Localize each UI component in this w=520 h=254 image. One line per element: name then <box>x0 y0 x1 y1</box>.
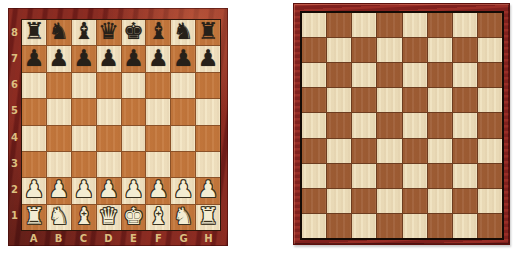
square-e3 <box>122 152 146 177</box>
square-c8-r4 <box>478 88 502 112</box>
square-e2: ♟ <box>122 178 146 203</box>
black-bishop-f8: ♝ <box>148 20 169 43</box>
square-d4 <box>97 126 121 151</box>
square-c1-r5 <box>302 113 326 137</box>
black-rook-h8: ♜ <box>198 20 219 43</box>
square-c8-r5 <box>478 113 502 137</box>
square-f4 <box>146 126 170 151</box>
square-c1-r6 <box>302 139 326 163</box>
square-c7-r4 <box>453 88 477 112</box>
square-c8-r2 <box>478 38 502 62</box>
square-f5 <box>146 99 170 124</box>
square-c5-r7 <box>403 164 427 188</box>
square-c3-r7 <box>352 164 376 188</box>
square-c7-r2 <box>453 38 477 62</box>
rank-label-3: 3 <box>8 150 21 176</box>
square-g8: ♞ <box>171 20 195 45</box>
square-c7-r8 <box>453 189 477 213</box>
black-king-e8: ♚ <box>123 20 144 43</box>
square-c5-r6 <box>403 139 427 163</box>
square-c2-r3 <box>327 63 351 87</box>
square-h7: ♟ <box>196 46 220 71</box>
page: 87654321 ♜♞♝♛♚♝♞♜♟♟♟♟♟♟♟♟♟♟♟♟♟♟♟♟♜♞♝♛♚♝♞… <box>0 0 520 254</box>
square-a4 <box>22 126 46 151</box>
square-b4 <box>47 126 71 151</box>
square-d3 <box>97 152 121 177</box>
square-h4 <box>196 126 220 151</box>
black-knight-g8: ♞ <box>173 20 194 43</box>
square-e4 <box>122 126 146 151</box>
square-e8: ♚ <box>122 20 146 45</box>
square-c4-r6 <box>377 139 401 163</box>
square-c8-r6 <box>478 139 502 163</box>
black-pawn-d7: ♟ <box>98 47 119 70</box>
file-label-f: F <box>146 231 171 245</box>
square-c4-r4 <box>377 88 401 112</box>
square-c2-r6 <box>327 139 351 163</box>
square-c8: ♝ <box>72 20 96 45</box>
square-c6-r5 <box>428 113 452 137</box>
square-c3 <box>72 152 96 177</box>
square-c7-r5 <box>453 113 477 137</box>
file-label-a: A <box>21 231 46 245</box>
square-h5 <box>196 99 220 124</box>
file-label-b: B <box>46 231 71 245</box>
rank-label-5: 5 <box>8 98 21 124</box>
square-c3-r6 <box>352 139 376 163</box>
square-c4-r2 <box>377 38 401 62</box>
square-c7: ♟ <box>72 46 96 71</box>
square-h6 <box>196 73 220 98</box>
square-c8-r7 <box>478 164 502 188</box>
square-c1-r7 <box>302 164 326 188</box>
square-f3 <box>146 152 170 177</box>
square-c1-r1 <box>302 13 326 37</box>
square-d2: ♟ <box>97 178 121 203</box>
square-c1-r8 <box>302 189 326 213</box>
square-a6 <box>22 73 46 98</box>
square-d6 <box>97 73 121 98</box>
rank-label-6: 6 <box>8 72 21 98</box>
square-c7-r3 <box>453 63 477 87</box>
white-pawn-b2: ♟ <box>49 178 70 201</box>
right-board-grid <box>300 11 504 240</box>
square-e1: ♚ <box>122 205 146 230</box>
square-d7: ♟ <box>97 46 121 71</box>
white-pawn-d2: ♟ <box>98 178 119 201</box>
square-c6-r7 <box>428 164 452 188</box>
black-pawn-e7: ♟ <box>123 47 144 70</box>
square-f1: ♝ <box>146 205 170 230</box>
file-label-c: C <box>71 231 96 245</box>
square-f6 <box>146 73 170 98</box>
white-pawn-g2: ♟ <box>173 178 194 201</box>
file-label-g: G <box>171 231 196 245</box>
file-label-e: E <box>121 231 146 245</box>
square-c7-r9 <box>453 214 477 238</box>
file-label-h: H <box>196 231 221 245</box>
square-c5-r9 <box>403 214 427 238</box>
square-c5-r5 <box>403 113 427 137</box>
square-c2-r7 <box>327 164 351 188</box>
file-label-d: D <box>96 231 121 245</box>
square-d1: ♛ <box>97 205 121 230</box>
square-c3-r4 <box>352 88 376 112</box>
square-c4 <box>72 126 96 151</box>
rank-labels: 87654321 <box>8 19 21 229</box>
left-chessboard: 87654321 ♜♞♝♛♚♝♞♜♟♟♟♟♟♟♟♟♟♟♟♟♟♟♟♟♜♞♝♛♚♝♞… <box>8 8 228 246</box>
square-c3-r5 <box>352 113 376 137</box>
white-rook-a1: ♜ <box>24 205 45 228</box>
black-rook-a8: ♜ <box>24 20 45 43</box>
white-pawn-h2: ♟ <box>198 178 219 201</box>
square-c2-r4 <box>327 88 351 112</box>
white-pawn-f2: ♟ <box>148 178 169 201</box>
square-h8: ♜ <box>196 20 220 45</box>
right-chessboard <box>293 3 510 245</box>
square-c4-r3 <box>377 63 401 87</box>
square-c8-r9 <box>478 214 502 238</box>
square-b6 <box>47 73 71 98</box>
black-pawn-c7: ♟ <box>73 47 94 70</box>
square-a3 <box>22 152 46 177</box>
square-d5 <box>97 99 121 124</box>
square-c4-r9 <box>377 214 401 238</box>
square-c3-r2 <box>352 38 376 62</box>
square-c1-r3 <box>302 63 326 87</box>
black-pawn-b7: ♟ <box>49 47 70 70</box>
black-pawn-h7: ♟ <box>198 47 219 70</box>
square-b8: ♞ <box>47 20 71 45</box>
black-pawn-a7: ♟ <box>24 47 45 70</box>
left-board-grid: ♜♞♝♛♚♝♞♜♟♟♟♟♟♟♟♟♟♟♟♟♟♟♟♟♜♞♝♛♚♝♞♜ <box>21 19 221 231</box>
square-b3 <box>47 152 71 177</box>
rank-label-1: 1 <box>8 203 21 229</box>
square-c1: ♝ <box>72 205 96 230</box>
square-h3 <box>196 152 220 177</box>
square-c5-r3 <box>403 63 427 87</box>
square-c5-r8 <box>403 189 427 213</box>
square-c3-r9 <box>352 214 376 238</box>
square-h1: ♜ <box>196 205 220 230</box>
square-c5-r1 <box>403 13 427 37</box>
square-c2: ♟ <box>72 178 96 203</box>
square-c6-r2 <box>428 38 452 62</box>
white-knight-g1: ♞ <box>173 205 194 228</box>
square-f2: ♟ <box>146 178 170 203</box>
square-a2: ♟ <box>22 178 46 203</box>
square-c4-r7 <box>377 164 401 188</box>
square-a7: ♟ <box>22 46 46 71</box>
square-c1-r9 <box>302 214 326 238</box>
square-g3 <box>171 152 195 177</box>
square-c5-r2 <box>403 38 427 62</box>
square-c7-r6 <box>453 139 477 163</box>
rank-label-7: 7 <box>8 45 21 71</box>
square-c6-r3 <box>428 63 452 87</box>
square-c5-r4 <box>403 88 427 112</box>
square-g6 <box>171 73 195 98</box>
rank-label-8: 8 <box>8 19 21 45</box>
square-c6-r4 <box>428 88 452 112</box>
white-pawn-c2: ♟ <box>73 178 94 201</box>
square-b1: ♞ <box>47 205 71 230</box>
white-pawn-a2: ♟ <box>24 178 45 201</box>
square-e5 <box>122 99 146 124</box>
square-a5 <box>22 99 46 124</box>
square-h2: ♟ <box>196 178 220 203</box>
square-f7: ♟ <box>146 46 170 71</box>
square-c2-r2 <box>327 38 351 62</box>
square-c6-r1 <box>428 13 452 37</box>
white-queen-d1: ♛ <box>98 205 119 228</box>
black-pawn-g7: ♟ <box>173 47 194 70</box>
square-c7-r7 <box>453 164 477 188</box>
rank-label-4: 4 <box>8 124 21 150</box>
square-c2-r5 <box>327 113 351 137</box>
black-pawn-f7: ♟ <box>148 47 169 70</box>
square-b5 <box>47 99 71 124</box>
file-labels: ABCDEFGH <box>21 231 221 245</box>
square-c2-r8 <box>327 189 351 213</box>
square-g7: ♟ <box>171 46 195 71</box>
black-bishop-c8: ♝ <box>73 20 94 43</box>
square-c1-r4 <box>302 88 326 112</box>
square-d8: ♛ <box>97 20 121 45</box>
white-bishop-f1: ♝ <box>148 205 169 228</box>
white-bishop-c1: ♝ <box>73 205 94 228</box>
square-c5 <box>72 99 96 124</box>
rank-label-2: 2 <box>8 177 21 203</box>
square-c6-r6 <box>428 139 452 163</box>
square-b7: ♟ <box>47 46 71 71</box>
square-c6 <box>72 73 96 98</box>
square-c3-r1 <box>352 13 376 37</box>
square-g4 <box>171 126 195 151</box>
square-c4-r5 <box>377 113 401 137</box>
square-c7-r1 <box>453 13 477 37</box>
square-g2: ♟ <box>171 178 195 203</box>
square-c6-r8 <box>428 189 452 213</box>
square-c4-r1 <box>377 13 401 37</box>
black-queen-d8: ♛ <box>98 20 119 43</box>
white-king-e1: ♚ <box>123 205 144 228</box>
square-e6 <box>122 73 146 98</box>
square-c8-r8 <box>478 189 502 213</box>
black-knight-b8: ♞ <box>49 20 70 43</box>
square-b2: ♟ <box>47 178 71 203</box>
white-pawn-e2: ♟ <box>123 178 144 201</box>
square-c8-r3 <box>478 63 502 87</box>
square-c2-r9 <box>327 214 351 238</box>
square-c3-r8 <box>352 189 376 213</box>
square-g1: ♞ <box>171 205 195 230</box>
square-c3-r3 <box>352 63 376 87</box>
square-g5 <box>171 99 195 124</box>
square-a8: ♜ <box>22 20 46 45</box>
square-f8: ♝ <box>146 20 170 45</box>
square-c8-r1 <box>478 13 502 37</box>
square-a1: ♜ <box>22 205 46 230</box>
square-c6-r9 <box>428 214 452 238</box>
white-knight-b1: ♞ <box>49 205 70 228</box>
square-e7: ♟ <box>122 46 146 71</box>
white-rook-h1: ♜ <box>198 205 219 228</box>
square-c1-r2 <box>302 38 326 62</box>
square-c2-r1 <box>327 13 351 37</box>
square-c4-r8 <box>377 189 401 213</box>
